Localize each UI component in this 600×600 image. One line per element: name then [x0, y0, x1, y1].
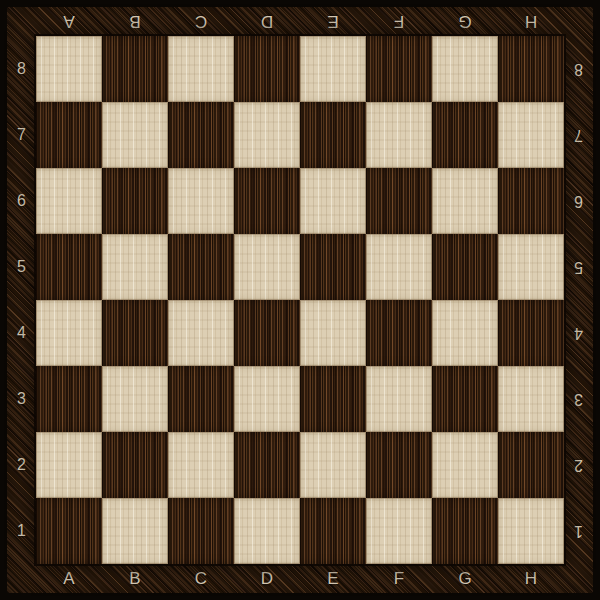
square-d5[interactable] [234, 234, 300, 300]
coord-label-left-6: 6 [7, 168, 36, 234]
square-d6[interactable] [234, 168, 300, 234]
square-e7[interactable] [300, 102, 366, 168]
coord-label-left-7: 7 [7, 102, 36, 168]
rank-labels-right: 87654321 [564, 36, 593, 564]
coord-label-right-8: 8 [564, 36, 593, 102]
square-a3[interactable] [36, 366, 102, 432]
square-c2[interactable] [168, 432, 234, 498]
square-f7[interactable] [366, 102, 432, 168]
square-e1[interactable] [300, 498, 366, 564]
square-e2[interactable] [300, 432, 366, 498]
coord-label-right-4: 4 [564, 300, 593, 366]
coord-label-right-3: 3 [564, 366, 593, 432]
coord-label-bottom-a: A [36, 564, 102, 593]
square-f1[interactable] [366, 498, 432, 564]
coord-label-top-e: E [300, 7, 366, 36]
coord-label-top-a: A [36, 7, 102, 36]
square-b4[interactable] [102, 300, 168, 366]
coord-label-bottom-e: E [300, 564, 366, 593]
square-f4[interactable] [366, 300, 432, 366]
square-c5[interactable] [168, 234, 234, 300]
square-g8[interactable] [432, 36, 498, 102]
coord-label-top-b: B [102, 7, 168, 36]
square-f3[interactable] [366, 366, 432, 432]
square-g7[interactable] [432, 102, 498, 168]
square-g6[interactable] [432, 168, 498, 234]
coord-label-bottom-g: G [432, 564, 498, 593]
coord-label-left-3: 3 [7, 366, 36, 432]
coord-label-left-5: 5 [7, 234, 36, 300]
square-a8[interactable] [36, 36, 102, 102]
coord-label-bottom-d: D [234, 564, 300, 593]
coord-label-top-f: F [366, 7, 432, 36]
square-h3[interactable] [498, 366, 564, 432]
coord-label-top-c: C [168, 7, 234, 36]
coord-label-left-8: 8 [7, 36, 36, 102]
square-g1[interactable] [432, 498, 498, 564]
square-f8[interactable] [366, 36, 432, 102]
square-c8[interactable] [168, 36, 234, 102]
square-c7[interactable] [168, 102, 234, 168]
square-h5[interactable] [498, 234, 564, 300]
square-h4[interactable] [498, 300, 564, 366]
square-c6[interactable] [168, 168, 234, 234]
square-h1[interactable] [498, 498, 564, 564]
square-g2[interactable] [432, 432, 498, 498]
square-b5[interactable] [102, 234, 168, 300]
coord-label-right-7: 7 [564, 102, 593, 168]
board-squares [36, 36, 564, 564]
square-f6[interactable] [366, 168, 432, 234]
square-f2[interactable] [366, 432, 432, 498]
square-b1[interactable] [102, 498, 168, 564]
square-e6[interactable] [300, 168, 366, 234]
square-c4[interactable] [168, 300, 234, 366]
square-c1[interactable] [168, 498, 234, 564]
coord-label-bottom-h: H [498, 564, 564, 593]
rank-labels-left: 87654321 [7, 36, 36, 564]
coord-label-top-g: G [432, 7, 498, 36]
coord-label-left-4: 4 [7, 300, 36, 366]
coord-label-bottom-c: C [168, 564, 234, 593]
square-d3[interactable] [234, 366, 300, 432]
coord-label-left-2: 2 [7, 432, 36, 498]
square-g3[interactable] [432, 366, 498, 432]
square-d7[interactable] [234, 102, 300, 168]
square-a1[interactable] [36, 498, 102, 564]
square-g4[interactable] [432, 300, 498, 366]
coord-label-right-5: 5 [564, 234, 593, 300]
coord-label-top-h: H [498, 7, 564, 36]
square-d8[interactable] [234, 36, 300, 102]
square-a2[interactable] [36, 432, 102, 498]
square-a6[interactable] [36, 168, 102, 234]
square-h7[interactable] [498, 102, 564, 168]
coord-label-right-2: 2 [564, 432, 593, 498]
square-b8[interactable] [102, 36, 168, 102]
square-d1[interactable] [234, 498, 300, 564]
chessboard: ABCDEFGH ABCDEFGH 87654321 87654321 [0, 0, 600, 600]
square-c3[interactable] [168, 366, 234, 432]
square-f5[interactable] [366, 234, 432, 300]
square-e8[interactable] [300, 36, 366, 102]
coord-label-bottom-b: B [102, 564, 168, 593]
square-d4[interactable] [234, 300, 300, 366]
square-e5[interactable] [300, 234, 366, 300]
square-h8[interactable] [498, 36, 564, 102]
square-a4[interactable] [36, 300, 102, 366]
square-e3[interactable] [300, 366, 366, 432]
square-h2[interactable] [498, 432, 564, 498]
coord-label-top-d: D [234, 7, 300, 36]
coord-label-left-1: 1 [7, 498, 36, 564]
coord-label-right-6: 6 [564, 168, 593, 234]
square-b3[interactable] [102, 366, 168, 432]
square-a5[interactable] [36, 234, 102, 300]
square-g5[interactable] [432, 234, 498, 300]
square-b2[interactable] [102, 432, 168, 498]
square-a7[interactable] [36, 102, 102, 168]
square-d2[interactable] [234, 432, 300, 498]
coord-label-right-1: 1 [564, 498, 593, 564]
file-labels-bottom: ABCDEFGH [36, 564, 564, 593]
coord-label-bottom-f: F [366, 564, 432, 593]
square-b7[interactable] [102, 102, 168, 168]
square-b6[interactable] [102, 168, 168, 234]
file-labels-top: ABCDEFGH [36, 7, 564, 36]
square-e4[interactable] [300, 300, 366, 366]
square-h6[interactable] [498, 168, 564, 234]
